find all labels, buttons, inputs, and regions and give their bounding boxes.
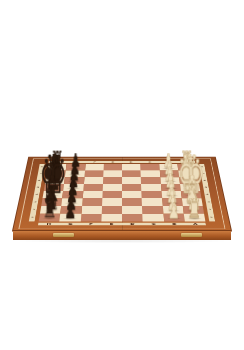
file-label: D bbox=[129, 161, 132, 162]
board-perspective-wrapper: HGFEDCBA HGFEDCBA 87654321 87654321 ♜♟♟♜… bbox=[13, 13, 231, 231]
square bbox=[122, 191, 142, 198]
board-grid: ♜♟♟♜♞♟♟♞♝♟♟♝♛♟♟♛♚♟♟♚♝♟♟♝♞♟♟♞♜♟♟♜ bbox=[39, 164, 206, 222]
square bbox=[141, 184, 161, 191]
square bbox=[102, 191, 122, 198]
square bbox=[103, 177, 122, 184]
rank-label: 4 bbox=[206, 194, 209, 196]
file-label: H bbox=[46, 223, 51, 225]
file-label: C bbox=[148, 161, 151, 162]
square bbox=[82, 198, 103, 206]
white-pawn: ♟ bbox=[168, 202, 180, 219]
square bbox=[101, 214, 122, 222]
square bbox=[83, 177, 103, 184]
square bbox=[102, 198, 122, 206]
square bbox=[80, 214, 101, 222]
square bbox=[122, 198, 142, 206]
board-ground-shadow bbox=[20, 239, 224, 243]
square bbox=[83, 184, 103, 191]
square: ♟ bbox=[163, 214, 185, 222]
square bbox=[122, 214, 143, 222]
file-label: F bbox=[89, 223, 93, 225]
brass-clasp-right bbox=[181, 233, 202, 237]
rank-label: 1 bbox=[210, 217, 213, 219]
black-rook: ♜ bbox=[42, 198, 57, 219]
rank-label: 2 bbox=[32, 209, 35, 211]
file-label: F bbox=[94, 161, 97, 162]
square: ♟ bbox=[59, 214, 81, 222]
square bbox=[143, 214, 164, 222]
chess-set-photo: HGFEDCBA HGFEDCBA 87654321 87654321 ♜♟♟♜… bbox=[0, 0, 244, 350]
square bbox=[122, 177, 141, 184]
white-rook: ♜ bbox=[187, 198, 202, 219]
file-label: B bbox=[172, 223, 176, 225]
square bbox=[101, 206, 122, 214]
square bbox=[102, 184, 122, 191]
square bbox=[122, 206, 143, 214]
square bbox=[141, 177, 161, 184]
rank-label: 1 bbox=[31, 217, 34, 219]
square: ♜ bbox=[184, 214, 206, 222]
square bbox=[82, 191, 102, 198]
file-label: G bbox=[68, 223, 73, 225]
rank-label: 2 bbox=[209, 209, 212, 211]
square bbox=[142, 191, 162, 198]
rank-label: 3 bbox=[207, 201, 210, 203]
file-label: D bbox=[130, 223, 135, 225]
brass-clasp-left bbox=[53, 233, 74, 237]
square bbox=[81, 206, 102, 214]
square bbox=[122, 184, 142, 191]
file-label: C bbox=[151, 223, 155, 225]
file-label: A bbox=[193, 223, 198, 225]
chess-board: HGFEDCBA HGFEDCBA 87654321 87654321 ♜♟♟♜… bbox=[13, 157, 231, 231]
square: ♜ bbox=[39, 214, 61, 222]
black-pawn: ♟ bbox=[64, 202, 76, 219]
rank-label: 3 bbox=[34, 201, 37, 203]
square bbox=[142, 198, 163, 206]
rank-label: 4 bbox=[35, 194, 38, 196]
file-label: E bbox=[110, 223, 114, 225]
file-label: E bbox=[111, 161, 114, 162]
square bbox=[142, 206, 163, 214]
